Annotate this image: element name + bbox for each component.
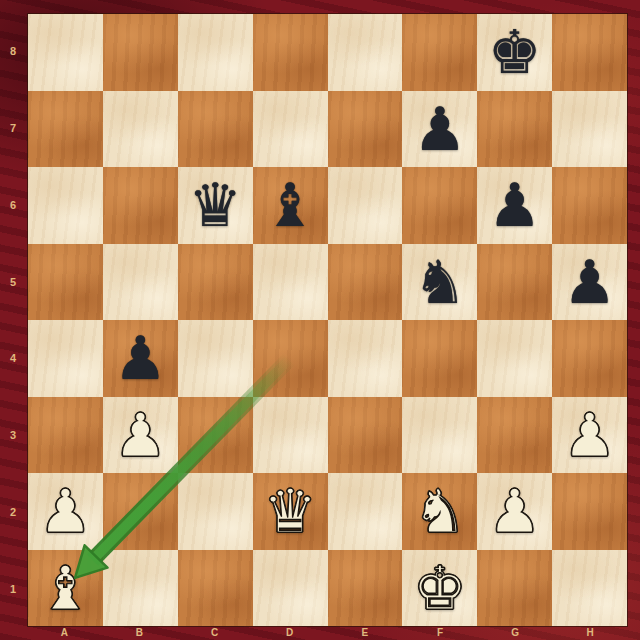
square-c7[interactable] bbox=[178, 91, 253, 168]
square-a3[interactable] bbox=[28, 397, 103, 474]
square-b3[interactable]: ♟ bbox=[103, 397, 178, 474]
square-h4[interactable] bbox=[552, 320, 627, 397]
square-b5[interactable] bbox=[103, 244, 178, 321]
square-c1[interactable] bbox=[178, 550, 253, 627]
piece-white-pawn: ♟ bbox=[488, 481, 542, 541]
square-g5[interactable] bbox=[477, 244, 552, 321]
square-h7[interactable] bbox=[552, 91, 627, 168]
square-c8[interactable] bbox=[178, 14, 253, 91]
square-b2[interactable] bbox=[103, 473, 178, 550]
piece-black-bishop: ♝ bbox=[263, 175, 317, 235]
rank-label-5: 5 bbox=[0, 276, 26, 288]
piece-black-pawn: ♟ bbox=[563, 252, 617, 312]
square-g3[interactable] bbox=[477, 397, 552, 474]
square-f5[interactable]: ♞ bbox=[402, 244, 477, 321]
square-b1[interactable] bbox=[103, 550, 178, 627]
square-d4[interactable] bbox=[253, 320, 328, 397]
board-frame: ♚♟♛♝♟♞♟♟♟♟♟♛♞♟♝♚ ABCDEFGH 87654321 bbox=[0, 0, 640, 640]
square-f3[interactable] bbox=[402, 397, 477, 474]
square-d2[interactable]: ♛ bbox=[253, 473, 328, 550]
file-label-d: D bbox=[286, 626, 294, 640]
square-h8[interactable] bbox=[552, 14, 627, 91]
square-d5[interactable] bbox=[253, 244, 328, 321]
square-d8[interactable] bbox=[253, 14, 328, 91]
square-d3[interactable] bbox=[253, 397, 328, 474]
square-f1[interactable]: ♚ bbox=[402, 550, 477, 627]
square-a8[interactable] bbox=[28, 14, 103, 91]
square-f8[interactable] bbox=[402, 14, 477, 91]
rank-label-7: 7 bbox=[0, 122, 26, 134]
square-e4[interactable] bbox=[328, 320, 403, 397]
square-f2[interactable]: ♞ bbox=[402, 473, 477, 550]
piece-black-queen: ♛ bbox=[188, 175, 242, 235]
square-e3[interactable] bbox=[328, 397, 403, 474]
rank-label-4: 4 bbox=[0, 352, 26, 364]
file-label-e: E bbox=[361, 626, 368, 640]
square-f6[interactable] bbox=[402, 167, 477, 244]
piece-white-queen: ♛ bbox=[263, 481, 317, 541]
square-h6[interactable] bbox=[552, 167, 627, 244]
square-b7[interactable] bbox=[103, 91, 178, 168]
square-b6[interactable] bbox=[103, 167, 178, 244]
square-e8[interactable] bbox=[328, 14, 403, 91]
square-e2[interactable] bbox=[328, 473, 403, 550]
square-a6[interactable] bbox=[28, 167, 103, 244]
piece-white-pawn: ♟ bbox=[113, 405, 167, 465]
file-label-a: A bbox=[61, 626, 69, 640]
square-d1[interactable] bbox=[253, 550, 328, 627]
square-h5[interactable]: ♟ bbox=[552, 244, 627, 321]
square-a2[interactable]: ♟ bbox=[28, 473, 103, 550]
square-a1[interactable]: ♝ bbox=[28, 550, 103, 627]
square-b4[interactable]: ♟ bbox=[103, 320, 178, 397]
file-label-b: B bbox=[136, 626, 144, 640]
rank-label-3: 3 bbox=[0, 429, 26, 441]
file-label-f: F bbox=[437, 626, 444, 640]
square-c6[interactable]: ♛ bbox=[178, 167, 253, 244]
square-h3[interactable]: ♟ bbox=[552, 397, 627, 474]
piece-black-pawn: ♟ bbox=[488, 175, 542, 235]
square-c4[interactable] bbox=[178, 320, 253, 397]
piece-black-pawn: ♟ bbox=[113, 328, 167, 388]
rank-label-2: 2 bbox=[0, 506, 26, 518]
rank-label-1: 1 bbox=[0, 583, 26, 595]
square-h1[interactable] bbox=[552, 550, 627, 627]
piece-black-knight: ♞ bbox=[413, 252, 467, 312]
square-h2[interactable] bbox=[552, 473, 627, 550]
piece-black-pawn: ♟ bbox=[413, 99, 467, 159]
square-d6[interactable]: ♝ bbox=[253, 167, 328, 244]
square-e5[interactable] bbox=[328, 244, 403, 321]
square-a7[interactable] bbox=[28, 91, 103, 168]
square-a4[interactable] bbox=[28, 320, 103, 397]
square-g7[interactable] bbox=[477, 91, 552, 168]
square-c2[interactable] bbox=[178, 473, 253, 550]
file-label-h: H bbox=[587, 626, 595, 640]
rank-label-6: 6 bbox=[0, 199, 26, 211]
piece-white-pawn: ♟ bbox=[563, 405, 617, 465]
file-label-c: C bbox=[211, 626, 219, 640]
piece-white-knight: ♞ bbox=[413, 481, 467, 541]
square-g8[interactable]: ♚ bbox=[477, 14, 552, 91]
square-b8[interactable] bbox=[103, 14, 178, 91]
square-g4[interactable] bbox=[477, 320, 552, 397]
piece-white-pawn: ♟ bbox=[39, 481, 93, 541]
file-label-g: G bbox=[511, 626, 519, 640]
square-e7[interactable] bbox=[328, 91, 403, 168]
piece-white-king: ♚ bbox=[413, 558, 467, 618]
chess-board: ♚♟♛♝♟♞♟♟♟♟♟♛♞♟♝♚ bbox=[27, 13, 628, 627]
rank-label-8: 8 bbox=[0, 45, 26, 57]
square-a5[interactable] bbox=[28, 244, 103, 321]
piece-white-bishop: ♝ bbox=[39, 558, 93, 618]
square-e6[interactable] bbox=[328, 167, 403, 244]
square-e1[interactable] bbox=[328, 550, 403, 627]
square-f7[interactable]: ♟ bbox=[402, 91, 477, 168]
square-g2[interactable]: ♟ bbox=[477, 473, 552, 550]
square-g6[interactable]: ♟ bbox=[477, 167, 552, 244]
square-g1[interactable] bbox=[477, 550, 552, 627]
square-f4[interactable] bbox=[402, 320, 477, 397]
square-d7[interactable] bbox=[253, 91, 328, 168]
square-c3[interactable] bbox=[178, 397, 253, 474]
piece-black-king: ♚ bbox=[488, 22, 542, 82]
square-c5[interactable] bbox=[178, 244, 253, 321]
